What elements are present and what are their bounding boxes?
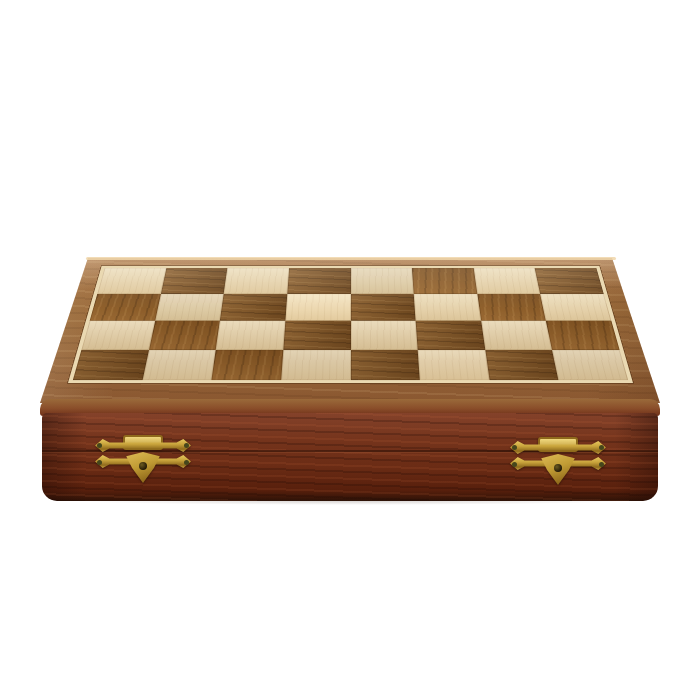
board-square-r4c4-light (281, 349, 350, 380)
board-square-r4c2-light (142, 349, 216, 380)
board-square-r2c4-light (285, 293, 350, 320)
board-square-r4c5-dark (351, 349, 420, 380)
board-square-r3c1-light (81, 321, 154, 350)
brass-latch-left (95, 435, 191, 483)
board-square-r1c5-light (351, 268, 414, 294)
board-square-r2c5-dark (351, 293, 416, 320)
board-square-r3c8-dark (546, 321, 619, 350)
product-photo (0, 0, 700, 700)
board-square-r1c3-light (224, 268, 289, 294)
ground-shadow (70, 497, 630, 505)
board-square-r2c3-dark (220, 293, 287, 320)
lid-back-edge-highlight (86, 257, 616, 260)
board-square-r3c6-dark (416, 321, 485, 350)
board-square-r1c2-dark (161, 268, 228, 294)
board-square-r2c7-dark (477, 293, 546, 320)
latch-screw (97, 443, 102, 448)
brass-latch-right (510, 437, 606, 485)
board-square-r4c7-dark (485, 349, 559, 380)
board-square-r2c1-dark (90, 293, 161, 320)
chessboard-inlay (68, 266, 633, 383)
board-square-r3c4-dark (283, 321, 350, 350)
board-square-r4c1-dark (73, 349, 149, 380)
board-square-r1c4-dark (287, 268, 350, 294)
board-square-r2c2-light (155, 293, 224, 320)
latch-screw (184, 443, 189, 448)
board-square-r3c5-light (351, 321, 418, 350)
latch-screw (184, 460, 189, 465)
latch-screw (512, 462, 517, 467)
board-square-r3c3-light (216, 321, 285, 350)
board-square-r1c8-dark (535, 268, 604, 294)
board-square-r1c7-light (473, 268, 540, 294)
chessboard-grid (73, 268, 628, 380)
latch-screw (599, 445, 604, 450)
board-square-r2c8-light (540, 293, 611, 320)
board-square-r3c2-dark (149, 321, 220, 350)
board-square-r2c6-light (414, 293, 481, 320)
latch-pin-hole (554, 464, 562, 472)
board-square-r4c8-light (552, 349, 628, 380)
box-front-face (42, 413, 658, 501)
board-square-r3c7-light (481, 321, 552, 350)
latch-pin-hole (139, 462, 147, 470)
latch-screw (512, 445, 517, 450)
latch-screw (97, 460, 102, 465)
board-square-r4c3-dark (212, 349, 284, 380)
board-square-r4c6-light (418, 349, 490, 380)
board-square-r1c6-dark (412, 268, 477, 294)
latch-screw (599, 462, 604, 467)
board-square-r1c1-light (97, 268, 166, 294)
